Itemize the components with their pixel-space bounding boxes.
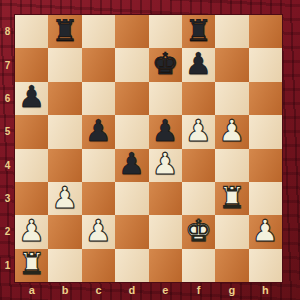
square-b5[interactable] xyxy=(48,115,81,148)
square-d2[interactable] xyxy=(115,215,148,248)
rank-labels: 87654321 xyxy=(0,15,15,282)
square-f4[interactable] xyxy=(182,149,215,182)
square-f7[interactable]: ♟ xyxy=(182,48,215,81)
file-label-g: g xyxy=(215,281,248,300)
black-rook-f8[interactable]: ♜ xyxy=(185,16,212,46)
square-h5[interactable] xyxy=(249,115,282,148)
square-c3[interactable] xyxy=(82,182,115,215)
black-pawn-c5[interactable]: ♟ xyxy=(85,116,112,146)
square-b2[interactable] xyxy=(48,215,81,248)
file-label-h: h xyxy=(249,281,282,300)
square-a4[interactable] xyxy=(15,149,48,182)
white-pawn-b3[interactable]: ♟ xyxy=(52,183,79,213)
white-pawn-c2[interactable]: ♟ xyxy=(85,216,112,246)
square-f1[interactable] xyxy=(182,249,215,282)
rank-label-7: 7 xyxy=(0,48,15,81)
rank-label-3: 3 xyxy=(0,182,15,215)
square-b8[interactable]: ♜ xyxy=(48,15,81,48)
white-king-f2[interactable]: ♚ xyxy=(185,216,212,246)
square-d3[interactable] xyxy=(115,182,148,215)
white-pawn-e4[interactable]: ♟ xyxy=(152,149,179,179)
square-e6[interactable] xyxy=(149,82,182,115)
rank-label-2: 2 xyxy=(0,215,15,248)
square-c4[interactable] xyxy=(82,149,115,182)
file-label-d: d xyxy=(115,281,148,300)
file-label-b: b xyxy=(48,281,81,300)
square-a3[interactable] xyxy=(15,182,48,215)
board-grid: ♜♜♚♟♟♟♟♟♟♟♟♟♜♟♟♚♟♜ xyxy=(15,15,282,282)
square-g2[interactable] xyxy=(215,215,248,248)
black-pawn-a6[interactable]: ♟ xyxy=(18,82,45,112)
square-b1[interactable] xyxy=(48,249,81,282)
square-d1[interactable] xyxy=(115,249,148,282)
rank-label-1: 1 xyxy=(0,249,15,282)
white-rook-a1[interactable]: ♜ xyxy=(18,249,45,279)
square-f8[interactable]: ♜ xyxy=(182,15,215,48)
square-g8[interactable] xyxy=(215,15,248,48)
square-a6[interactable]: ♟ xyxy=(15,82,48,115)
black-pawn-d4[interactable]: ♟ xyxy=(118,149,145,179)
file-label-e: e xyxy=(149,281,182,300)
square-e4[interactable]: ♟ xyxy=(149,149,182,182)
square-e5[interactable]: ♟ xyxy=(149,115,182,148)
file-label-a: a xyxy=(15,281,48,300)
square-c5[interactable]: ♟ xyxy=(82,115,115,148)
black-pawn-e5[interactable]: ♟ xyxy=(152,116,179,146)
square-h3[interactable] xyxy=(249,182,282,215)
square-g6[interactable] xyxy=(215,82,248,115)
rank-label-6: 6 xyxy=(0,82,15,115)
square-b6[interactable] xyxy=(48,82,81,115)
square-f2[interactable]: ♚ xyxy=(182,215,215,248)
square-g7[interactable] xyxy=(215,48,248,81)
square-h2[interactable]: ♟ xyxy=(249,215,282,248)
file-label-c: c xyxy=(82,281,115,300)
square-b3[interactable]: ♟ xyxy=(48,182,81,215)
square-g4[interactable] xyxy=(215,149,248,182)
square-c7[interactable] xyxy=(82,48,115,81)
square-e7[interactable]: ♚ xyxy=(149,48,182,81)
white-pawn-a2[interactable]: ♟ xyxy=(18,216,45,246)
square-d8[interactable] xyxy=(115,15,148,48)
square-d4[interactable]: ♟ xyxy=(115,149,148,182)
square-e8[interactable] xyxy=(149,15,182,48)
square-c1[interactable] xyxy=(82,249,115,282)
square-h6[interactable] xyxy=(249,82,282,115)
square-b4[interactable] xyxy=(48,149,81,182)
square-d7[interactable] xyxy=(115,48,148,81)
square-c8[interactable] xyxy=(82,15,115,48)
white-pawn-h2[interactable]: ♟ xyxy=(252,216,279,246)
square-g3[interactable]: ♜ xyxy=(215,182,248,215)
file-labels: abcdefgh xyxy=(15,281,282,300)
square-d5[interactable] xyxy=(115,115,148,148)
black-rook-b8[interactable]: ♜ xyxy=(52,16,79,46)
file-label-f: f xyxy=(182,281,215,300)
square-h8[interactable] xyxy=(249,15,282,48)
square-h1[interactable] xyxy=(249,249,282,282)
square-e2[interactable] xyxy=(149,215,182,248)
square-g5[interactable]: ♟ xyxy=(215,115,248,148)
square-a5[interactable] xyxy=(15,115,48,148)
square-e1[interactable] xyxy=(149,249,182,282)
square-a7[interactable] xyxy=(15,48,48,81)
square-c6[interactable] xyxy=(82,82,115,115)
square-b7[interactable] xyxy=(48,48,81,81)
black-pawn-f7[interactable]: ♟ xyxy=(185,49,212,79)
square-f5[interactable]: ♟ xyxy=(182,115,215,148)
square-d6[interactable] xyxy=(115,82,148,115)
chess-diagram: 87654321 abcdefgh ♜♜♚♟♟♟♟♟♟♟♟♟♜♟♟♚♟♜ xyxy=(0,0,300,300)
black-king-e7[interactable]: ♚ xyxy=(152,49,179,79)
square-f6[interactable] xyxy=(182,82,215,115)
square-a1[interactable]: ♜ xyxy=(15,249,48,282)
square-a2[interactable]: ♟ xyxy=(15,215,48,248)
square-e3[interactable] xyxy=(149,182,182,215)
rank-label-5: 5 xyxy=(0,115,15,148)
white-pawn-f5[interactable]: ♟ xyxy=(185,116,212,146)
square-f3[interactable] xyxy=(182,182,215,215)
square-a8[interactable] xyxy=(15,15,48,48)
rank-label-8: 8 xyxy=(0,15,15,48)
white-pawn-g5[interactable]: ♟ xyxy=(218,116,245,146)
square-h4[interactable] xyxy=(249,149,282,182)
white-rook-g3[interactable]: ♜ xyxy=(218,183,245,213)
square-h7[interactable] xyxy=(249,48,282,81)
rank-label-4: 4 xyxy=(0,149,15,182)
square-g1[interactable] xyxy=(215,249,248,282)
square-c2[interactable]: ♟ xyxy=(82,215,115,248)
